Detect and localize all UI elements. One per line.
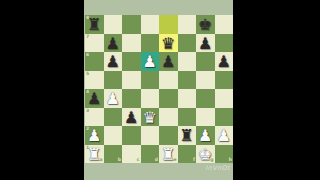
board-square-b1[interactable]: b — [104, 145, 123, 164]
board-square-c5[interactable] — [122, 71, 141, 90]
rank-label: 4 — [86, 90, 89, 95]
rank-label: 2 — [86, 127, 89, 132]
board-square-f8[interactable] — [178, 15, 197, 34]
black-pawn: ♟ — [159, 52, 178, 71]
white-pawn: ♟ — [215, 126, 234, 145]
file-label: h — [229, 158, 232, 163]
board-square-d7[interactable] — [141, 34, 160, 53]
file-label: d — [155, 158, 158, 163]
rank-label: 3 — [86, 109, 89, 114]
board-square-g2[interactable]: ♟ — [196, 126, 215, 145]
board-square-b6[interactable]: ♟ — [104, 52, 123, 71]
board-square-h5[interactable] — [215, 71, 234, 90]
board-square-a3[interactable]: 3 — [85, 108, 104, 127]
board-square-e8[interactable] — [159, 15, 178, 34]
board-square-f2[interactable]: ♜ — [178, 126, 197, 145]
video-frame: 8♜♚7♟♛♟6♟♟♟♟54♟♟3♟♛2♟♜♟♟1a♜bcde♜fg♚h InV… — [0, 0, 320, 180]
white-pawn: ♟ — [141, 52, 160, 71]
board-square-b3[interactable] — [104, 108, 123, 127]
board-square-c6[interactable] — [122, 52, 141, 71]
board-square-g5[interactable] — [196, 71, 215, 90]
white-queen: ♛ — [141, 108, 160, 127]
board-square-e6[interactable]: ♟ — [159, 52, 178, 71]
board-square-b8[interactable] — [104, 15, 123, 34]
board-square-g3[interactable] — [196, 108, 215, 127]
white-pawn: ♟ — [104, 89, 123, 108]
board-square-d1[interactable]: d — [141, 145, 160, 164]
rank-label: 8 — [86, 16, 89, 21]
board-square-f1[interactable]: f — [178, 145, 197, 164]
black-pawn: ♟ — [104, 34, 123, 53]
board-square-g6[interactable] — [196, 52, 215, 71]
board-square-h8[interactable] — [215, 15, 234, 34]
board-square-b2[interactable] — [104, 126, 123, 145]
board-square-h7[interactable] — [215, 34, 234, 53]
rank-label: 5 — [86, 72, 89, 77]
board-square-g4[interactable] — [196, 89, 215, 108]
board-square-a2[interactable]: 2♟ — [85, 126, 104, 145]
board-square-f5[interactable] — [178, 71, 197, 90]
file-label: f — [193, 158, 195, 163]
board-square-d2[interactable] — [141, 126, 160, 145]
video-area: 8♜♚7♟♛♟6♟♟♟♟54♟♟3♟♛2♟♜♟♟1a♜bcde♜fg♚h InV… — [84, 0, 233, 180]
board-square-h4[interactable] — [215, 89, 234, 108]
black-king: ♚ — [196, 15, 215, 34]
black-pawn: ♟ — [122, 108, 141, 127]
board-square-e7[interactable]: ♛ — [159, 34, 178, 53]
file-label: c — [137, 158, 140, 163]
letterbox-right — [233, 0, 320, 180]
board-square-g1[interactable]: g♚ — [196, 145, 215, 164]
board-square-h3[interactable] — [215, 108, 234, 127]
black-queen: ♛ — [159, 34, 178, 53]
board-square-c1[interactable]: c — [122, 145, 141, 164]
board-square-c7[interactable] — [122, 34, 141, 53]
board-square-e5[interactable] — [159, 71, 178, 90]
board-square-e1[interactable]: e♜ — [159, 145, 178, 164]
board-square-f7[interactable] — [178, 34, 197, 53]
board-square-e3[interactable] — [159, 108, 178, 127]
file-label: g — [210, 158, 213, 163]
black-rook: ♜ — [178, 126, 197, 145]
black-pawn: ♟ — [196, 34, 215, 53]
board-square-d6[interactable]: ♟ — [141, 52, 160, 71]
rank-label: 6 — [86, 53, 89, 58]
board-square-b7[interactable]: ♟ — [104, 34, 123, 53]
board-square-h6[interactable]: ♟ — [215, 52, 234, 71]
board-square-a1[interactable]: 1a♜ — [85, 145, 104, 164]
board-square-b4[interactable]: ♟ — [104, 89, 123, 108]
board-square-f4[interactable] — [178, 89, 197, 108]
board-square-h2[interactable]: ♟ — [215, 126, 234, 145]
board-square-c8[interactable] — [122, 15, 141, 34]
rank-label: 7 — [86, 35, 89, 40]
board-square-c3[interactable]: ♟ — [122, 108, 141, 127]
board-square-d5[interactable] — [141, 71, 160, 90]
board-square-d4[interactable] — [141, 89, 160, 108]
board-square-f6[interactable] — [178, 52, 197, 71]
board-square-d3[interactable]: ♛ — [141, 108, 160, 127]
board-square-e2[interactable] — [159, 126, 178, 145]
board-square-c2[interactable] — [122, 126, 141, 145]
board-square-b5[interactable] — [104, 71, 123, 90]
board-square-e4[interactable] — [159, 89, 178, 108]
letterbox-left — [0, 0, 84, 180]
black-pawn: ♟ — [215, 52, 234, 71]
board-square-g7[interactable]: ♟ — [196, 34, 215, 53]
board-square-h1[interactable]: h — [215, 145, 234, 164]
board-square-a8[interactable]: 8♜ — [85, 15, 104, 34]
file-label: a — [99, 158, 102, 163]
file-label: b — [118, 158, 121, 163]
channel-watermark: InVnOt — [205, 164, 230, 172]
board-square-a6[interactable]: 6 — [85, 52, 104, 71]
white-pawn: ♟ — [196, 126, 215, 145]
board-square-a4[interactable]: 4♟ — [85, 89, 104, 108]
board-square-d8[interactable] — [141, 15, 160, 34]
board-square-a5[interactable]: 5 — [85, 71, 104, 90]
black-pawn: ♟ — [104, 52, 123, 71]
board-square-a7[interactable]: 7 — [85, 34, 104, 53]
chess-board: 8♜♚7♟♛♟6♟♟♟♟54♟♟3♟♛2♟♜♟♟1a♜bcde♜fg♚h — [85, 15, 233, 163]
board-square-g8[interactable]: ♚ — [196, 15, 215, 34]
file-label: e — [173, 158, 176, 163]
rank-label: 1 — [86, 146, 89, 151]
board-square-f3[interactable] — [178, 108, 197, 127]
board-square-c4[interactable] — [122, 89, 141, 108]
